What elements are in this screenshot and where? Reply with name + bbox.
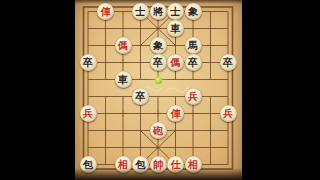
piece-black-soldier[interactable]: 卒 — [150, 54, 167, 71]
piece-red-advisor[interactable]: 仕 — [167, 156, 184, 173]
piece-red-cannon[interactable]: 砲 — [150, 122, 167, 139]
piece-black-soldier[interactable]: 卒 — [220, 54, 237, 71]
piece-red-soldier[interactable]: 兵 — [220, 105, 237, 122]
piece-black-horse[interactable]: 馬 — [185, 37, 202, 54]
screen: 俥士將士象車傌象馬卒卒傌卒卒車卒兵兵俥兵砲包相包帥仕相 — [0, 0, 320, 180]
piece-red-chariot[interactable]: 俥 — [97, 3, 114, 20]
piece-black-elephant[interactable]: 象 — [150, 37, 167, 54]
piece-black-chariot[interactable]: 車 — [115, 71, 132, 88]
piece-black-soldier[interactable]: 卒 — [80, 54, 97, 71]
piece-red-soldier[interactable]: 兵 — [80, 105, 97, 122]
piece-red-chariot[interactable]: 俥 — [167, 105, 184, 122]
piece-black-cannon[interactable]: 包 — [132, 156, 149, 173]
piece-red-elephant[interactable]: 相 — [185, 156, 202, 173]
piece-black-advisor[interactable]: 士 — [132, 3, 149, 20]
xiangqi-board: 俥士將士象車傌象馬卒卒傌卒卒車卒兵兵俥兵砲包相包帥仕相 — [75, 0, 242, 180]
piece-red-soldier[interactable]: 兵 — [185, 88, 202, 105]
piece-black-soldier[interactable]: 卒 — [132, 88, 149, 105]
piece-red-general[interactable]: 帥 — [150, 156, 167, 173]
piece-black-soldier[interactable]: 卒 — [185, 54, 202, 71]
piece-black-cannon[interactable]: 包 — [80, 156, 97, 173]
piece-red-horse[interactable]: 傌 — [115, 37, 132, 54]
piece-black-elephant[interactable]: 象 — [185, 3, 202, 20]
piece-red-horse[interactable]: 傌 — [167, 54, 184, 71]
piece-black-advisor[interactable]: 士 — [167, 3, 184, 20]
highlight-dot — [155, 77, 162, 84]
piece-black-chariot[interactable]: 車 — [167, 20, 184, 37]
piece-red-elephant[interactable]: 相 — [115, 156, 132, 173]
piece-black-general[interactable]: 將 — [150, 3, 167, 20]
